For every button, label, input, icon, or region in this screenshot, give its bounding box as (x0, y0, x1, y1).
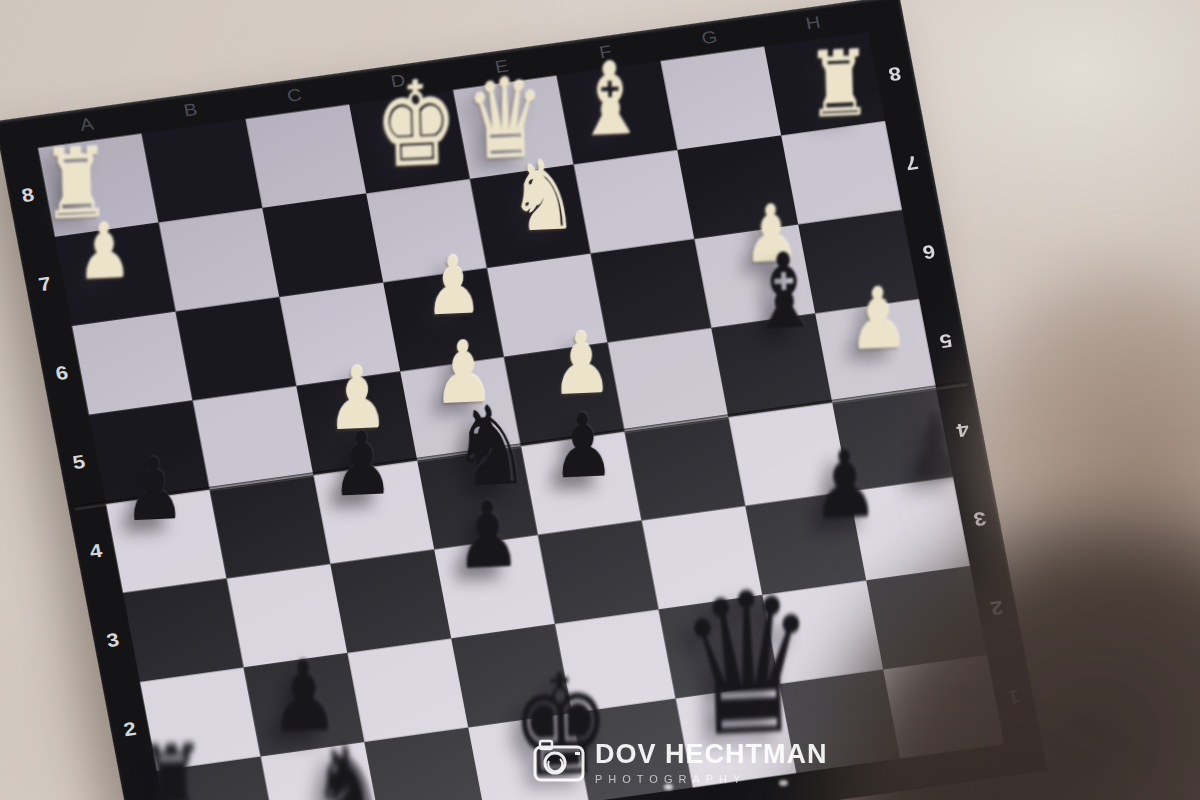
square-b8 (142, 119, 263, 223)
square-c3 (330, 550, 451, 654)
watermark-subtitle: PHOTOGRAPHY (595, 773, 828, 785)
square-f5 (608, 328, 729, 432)
piece-white-pawn-a7[interactable]: ♟ (76, 213, 133, 291)
piece-black-queen-f1[interactable]: ♛ (675, 564, 820, 765)
square-a3 (123, 579, 244, 683)
square-b4 (210, 475, 331, 579)
piece-black-pawn-g3[interactable]: ♟ (810, 437, 880, 534)
square-h2 (866, 566, 987, 670)
square-b7 (159, 208, 280, 311)
square-g8 (660, 47, 781, 151)
piece-black-bishop-g5[interactable]: ♝ (745, 238, 822, 345)
camera-icon (533, 739, 585, 783)
piece-black-pawn-c4[interactable]: ♟ (329, 419, 395, 510)
photo-stage: 87654321 87654321 ABCDEFGH ♜♟♚♛♝♜♞♟♟♟♟♟♟… (0, 0, 1200, 800)
square-e3 (538, 521, 659, 625)
piece-white-pawn-d6[interactable]: ♟ (423, 245, 483, 327)
watermark-title: DOV HECHTMAN (595, 739, 828, 770)
piece-white-rook-h8[interactable]: ♜ (805, 38, 872, 131)
piece-black-pawn-d3[interactable]: ♟ (454, 489, 523, 584)
square-b6 (176, 297, 297, 401)
piece-black-knight-b1[interactable]: ♞ (309, 730, 386, 800)
piece-black-pawn-h3[interactable]: ♟ (902, 400, 969, 493)
photographer-watermark: DOV HECHTMAN PHOTOGRAPHY (533, 739, 828, 785)
square-a6 (72, 312, 193, 416)
piece-black-pawn-a4[interactable]: ♟ (122, 445, 186, 534)
square-h1 (883, 655, 1004, 759)
square-f4 (625, 417, 746, 521)
piece-black-rook-a1[interactable]: ♜ (135, 731, 209, 800)
piece-white-king-d8[interactable]: ♚ (373, 65, 459, 185)
piece-black-pawn-e4[interactable]: ♟ (550, 401, 616, 492)
square-c8 (245, 105, 366, 209)
piece-white-bishop-f8[interactable]: ♝ (573, 48, 647, 151)
square-c7 (262, 194, 383, 297)
square-f7 (574, 150, 695, 254)
piece-white-pawn-h5[interactable]: ♟ (847, 276, 910, 363)
square-b5 (193, 386, 314, 490)
piece-white-knight-e7[interactable]: ♞ (507, 147, 578, 246)
